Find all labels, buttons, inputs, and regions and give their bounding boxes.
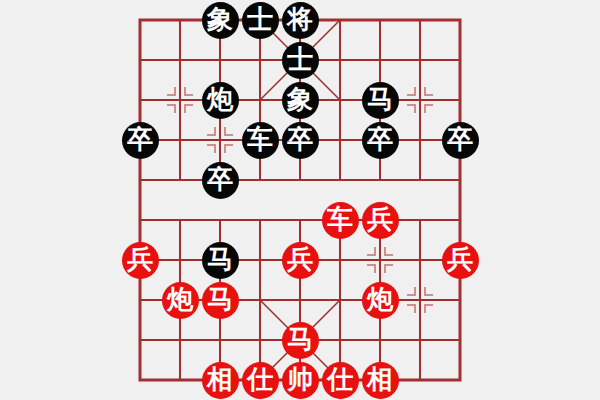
piece-red-horse[interactable]: 马 bbox=[202, 282, 239, 319]
piece-red-pawn[interactable]: 兵 bbox=[442, 242, 479, 279]
app-background: 象士将士炮象马卒车卒卒卒卒车兵兵马兵兵炮马炮马相仕帅仕相 bbox=[0, 0, 600, 400]
piece-black-pawn[interactable]: 卒 bbox=[362, 122, 399, 159]
piece-red-elephant[interactable]: 相 bbox=[202, 362, 239, 399]
piece-black-elephant[interactable]: 象 bbox=[202, 2, 239, 39]
piece-black-king[interactable]: 将 bbox=[282, 2, 319, 39]
piece-red-pawn[interactable]: 兵 bbox=[122, 242, 159, 279]
piece-black-pawn[interactable]: 卒 bbox=[122, 122, 159, 159]
piece-red-king[interactable]: 帅 bbox=[282, 362, 319, 399]
piece-red-pawn[interactable]: 兵 bbox=[362, 202, 399, 239]
piece-black-horse[interactable]: 马 bbox=[362, 82, 399, 119]
piece-black-pawn[interactable]: 卒 bbox=[282, 122, 319, 159]
xiangqi-board[interactable]: 象士将士炮象马卒车卒卒卒卒车兵兵马兵兵炮马炮马相仕帅仕相 bbox=[120, 0, 480, 400]
piece-black-elephant[interactable]: 象 bbox=[282, 82, 319, 119]
piece-red-elephant[interactable]: 相 bbox=[362, 362, 399, 399]
piece-black-advisor[interactable]: 士 bbox=[282, 42, 319, 79]
piece-red-advisor[interactable]: 仕 bbox=[322, 362, 359, 399]
piece-black-pawn[interactable]: 卒 bbox=[442, 122, 479, 159]
piece-black-cannon[interactable]: 炮 bbox=[202, 82, 239, 119]
piece-black-rook[interactable]: 车 bbox=[242, 122, 279, 159]
piece-black-advisor[interactable]: 士 bbox=[242, 2, 279, 39]
piece-red-cannon[interactable]: 炮 bbox=[362, 282, 399, 319]
piece-red-horse[interactable]: 马 bbox=[282, 322, 319, 359]
piece-red-cannon[interactable]: 炮 bbox=[162, 282, 199, 319]
pieces-grid: 象士将士炮象马卒车卒卒卒卒车兵兵马兵兵炮马炮马相仕帅仕相 bbox=[120, 0, 480, 400]
piece-red-rook[interactable]: 车 bbox=[322, 202, 359, 239]
piece-red-pawn[interactable]: 兵 bbox=[282, 242, 319, 279]
piece-red-advisor[interactable]: 仕 bbox=[242, 362, 279, 399]
piece-black-horse[interactable]: 马 bbox=[202, 242, 239, 279]
piece-black-pawn[interactable]: 卒 bbox=[202, 162, 239, 199]
